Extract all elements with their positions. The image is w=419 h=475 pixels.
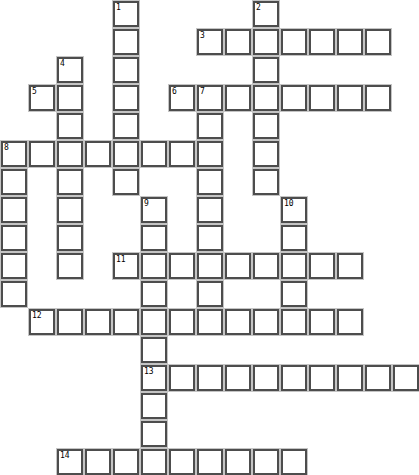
crossword-cell[interactable]	[197, 169, 223, 195]
crossword-cell[interactable]	[253, 85, 279, 111]
crossword-cell[interactable]	[141, 281, 167, 307]
crossword-cell[interactable]	[365, 29, 391, 55]
crossword-cell[interactable]	[141, 421, 167, 447]
crossword-cell[interactable]	[281, 449, 307, 475]
crossword-cell[interactable]	[57, 197, 83, 223]
crossword-cell[interactable]	[57, 309, 83, 335]
crossword-cell[interactable]	[197, 253, 223, 279]
crossword-cell[interactable]	[113, 169, 139, 195]
crossword-cell[interactable]	[309, 29, 335, 55]
crossword-cell[interactable]	[197, 197, 223, 223]
crossword-cell[interactable]	[253, 113, 279, 139]
crossword-cell[interactable]	[197, 309, 223, 335]
crossword-cell[interactable]	[113, 85, 139, 111]
crossword-board: 1234567891011121314	[0, 0, 419, 475]
crossword-cell[interactable]: 7	[197, 85, 223, 111]
crossword-cell[interactable]	[169, 141, 195, 167]
crossword-cell[interactable]	[253, 449, 279, 475]
crossword-cell[interactable]	[337, 85, 363, 111]
crossword-cell[interactable]	[141, 449, 167, 475]
crossword-cell[interactable]: 8	[1, 141, 27, 167]
crossword-cell[interactable]	[141, 253, 167, 279]
crossword-cell[interactable]	[337, 309, 363, 335]
crossword-cell[interactable]	[281, 85, 307, 111]
crossword-cell[interactable]	[281, 29, 307, 55]
crossword-cell[interactable]	[57, 225, 83, 251]
crossword-cell[interactable]	[197, 141, 223, 167]
crossword-cell[interactable]	[1, 281, 27, 307]
crossword-cell[interactable]	[309, 365, 335, 391]
crossword-cell[interactable]	[197, 113, 223, 139]
crossword-cell[interactable]	[281, 309, 307, 335]
crossword-cell[interactable]	[113, 309, 139, 335]
crossword-cell[interactable]	[197, 281, 223, 307]
crossword-cell[interactable]	[113, 141, 139, 167]
crossword-cell[interactable]	[253, 29, 279, 55]
crossword-cell[interactable]	[57, 141, 83, 167]
clue-number: 14	[60, 451, 70, 460]
crossword-cell[interactable]	[365, 85, 391, 111]
crossword-cell[interactable]	[57, 85, 83, 111]
crossword-cell[interactable]	[337, 253, 363, 279]
crossword-cell[interactable]	[253, 309, 279, 335]
clue-number: 2	[256, 3, 261, 12]
crossword-cell[interactable]	[393, 365, 419, 391]
crossword-cell[interactable]	[141, 141, 167, 167]
clue-number: 10	[284, 199, 294, 208]
crossword-cell[interactable]	[225, 85, 251, 111]
crossword-cell[interactable]	[1, 169, 27, 195]
crossword-cell[interactable]	[169, 253, 195, 279]
crossword-cell[interactable]	[281, 225, 307, 251]
clue-number: 6	[172, 87, 177, 96]
clue-number: 8	[4, 143, 9, 152]
crossword-cell[interactable]	[113, 29, 139, 55]
crossword-cell[interactable]	[85, 449, 111, 475]
crossword-cell[interactable]	[85, 309, 111, 335]
crossword-cell[interactable]	[225, 29, 251, 55]
crossword-cell[interactable]: 3	[197, 29, 223, 55]
clue-number: 7	[200, 87, 205, 96]
crossword-cell[interactable]	[57, 253, 83, 279]
crossword-cell[interactable]: 9	[141, 197, 167, 223]
crossword-cell[interactable]	[197, 225, 223, 251]
crossword-cell[interactable]	[225, 253, 251, 279]
crossword-cell[interactable]: 10	[281, 197, 307, 223]
crossword-cell[interactable]	[141, 337, 167, 363]
clue-number: 5	[32, 87, 37, 96]
crossword-page: 1234567891011121314	[0, 0, 419, 475]
crossword-cell[interactable]	[365, 365, 391, 391]
crossword-cell[interactable]: 13	[141, 365, 167, 391]
crossword-cell[interactable]	[253, 57, 279, 83]
crossword-cell[interactable]	[141, 393, 167, 419]
crossword-cell[interactable]	[1, 197, 27, 223]
crossword-cell[interactable]	[141, 225, 167, 251]
clue-number: 12	[32, 311, 42, 320]
crossword-cell[interactable]	[309, 253, 335, 279]
crossword-cell[interactable]: 11	[113, 253, 139, 279]
crossword-cell[interactable]	[113, 57, 139, 83]
crossword-cell[interactable]	[169, 365, 195, 391]
crossword-cell[interactable]	[281, 281, 307, 307]
crossword-cell[interactable]	[281, 365, 307, 391]
crossword-cell[interactable]	[225, 449, 251, 475]
crossword-cell[interactable]	[113, 113, 139, 139]
crossword-cell[interactable]: 14	[57, 449, 83, 475]
clue-number: 9	[144, 199, 149, 208]
crossword-cell[interactable]: 2	[253, 1, 279, 27]
crossword-cell[interactable]	[1, 225, 27, 251]
crossword-cell[interactable]: 1	[113, 1, 139, 27]
crossword-cell[interactable]	[225, 309, 251, 335]
crossword-cell[interactable]	[253, 253, 279, 279]
clue-number: 3	[200, 31, 205, 40]
crossword-cell[interactable]	[169, 449, 195, 475]
crossword-cell[interactable]	[253, 365, 279, 391]
crossword-cell[interactable]	[169, 309, 195, 335]
crossword-cell[interactable]: 5	[29, 85, 55, 111]
clue-number: 4	[60, 59, 65, 68]
crossword-cell[interactable]	[57, 113, 83, 139]
crossword-cell[interactable]: 12	[29, 309, 55, 335]
crossword-cell[interactable]	[85, 141, 111, 167]
crossword-cell[interactable]	[57, 169, 83, 195]
crossword-cell[interactable]	[337, 29, 363, 55]
clue-number: 13	[144, 367, 154, 376]
crossword-cell[interactable]	[197, 365, 223, 391]
crossword-cell[interactable]	[1, 253, 27, 279]
crossword-cell[interactable]: 4	[57, 57, 83, 83]
crossword-cell[interactable]	[113, 449, 139, 475]
crossword-cell[interactable]: 6	[169, 85, 195, 111]
crossword-cell[interactable]	[253, 141, 279, 167]
crossword-cell[interactable]	[281, 253, 307, 279]
crossword-cell[interactable]	[309, 309, 335, 335]
crossword-cell[interactable]	[309, 85, 335, 111]
crossword-cell[interactable]	[337, 365, 363, 391]
crossword-cell[interactable]	[253, 169, 279, 195]
clue-number: 11	[116, 255, 126, 264]
crossword-cell[interactable]	[225, 365, 251, 391]
crossword-cell[interactable]	[197, 449, 223, 475]
clue-number: 1	[116, 3, 121, 12]
crossword-cell[interactable]	[141, 309, 167, 335]
crossword-cell[interactable]	[29, 141, 55, 167]
